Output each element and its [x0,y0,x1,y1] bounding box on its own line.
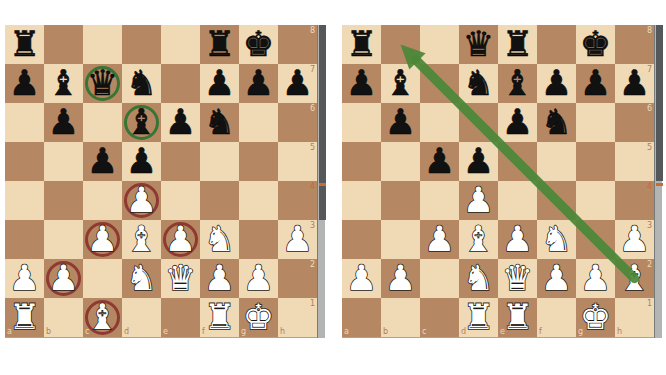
black-rook-e8[interactable]: ♜ [502,25,533,64]
square-e4[interactable] [161,181,200,220]
square-d2[interactable]: ♞ [122,259,161,298]
square-b2[interactable]: ♟ [44,259,83,298]
square-h8[interactable]: 8 [278,25,317,64]
scrollbar-thumb[interactable] [656,25,663,181]
black-pawn-a7[interactable]: ♟ [9,64,40,103]
chess-board-right[interactable]: ♜♛♜♚8♟♝♞♝♟♟♟7♟♟♞6♟♟5♟4♟♝♟♞♟3♟♟♞♛♟♟♝2abc♜… [342,25,654,338]
square-f3[interactable]: ♞ [537,220,576,259]
black-bishop-d6[interactable]: ♝ [126,103,157,142]
square-a5[interactable] [5,142,44,181]
white-rook-e1[interactable]: ♜ [502,298,533,337]
square-d4[interactable]: ♟ [459,181,498,220]
white-pawn-d4[interactable]: ♟ [126,181,157,220]
square-a4[interactable] [5,181,44,220]
rank-label-4: 4 [647,183,652,191]
black-king-g8[interactable]: ♚ [243,25,274,64]
square-f2[interactable]: ♟ [200,259,239,298]
square-d6[interactable]: ♝ [122,103,161,142]
black-knight-f6[interactable]: ♞ [204,103,235,142]
square-a5[interactable] [342,142,381,181]
square-f1[interactable]: ♜f [200,298,239,337]
black-pawn-b6[interactable]: ♟ [48,103,79,142]
square-g6[interactable] [576,103,615,142]
square-a1[interactable]: ♜a [5,298,44,337]
square-c8[interactable] [420,25,459,64]
square-c2[interactable] [420,259,459,298]
square-h4[interactable]: 4 [615,181,654,220]
square-c7[interactable] [420,64,459,103]
square-c5[interactable]: ♟ [83,142,122,181]
square-e7[interactable] [161,64,200,103]
square-c6[interactable] [420,103,459,142]
square-h7[interactable]: ♟7 [615,64,654,103]
rank-label-5: 5 [647,144,652,152]
square-g8[interactable]: ♚ [239,25,278,64]
file-label-c: c [422,328,426,336]
black-pawn-h7[interactable]: ♟ [619,64,650,103]
square-a7[interactable]: ♟ [5,64,44,103]
square-f8[interactable]: ♜ [200,25,239,64]
rank-label-8: 8 [310,27,315,35]
square-a6[interactable] [5,103,44,142]
white-pawn-g2[interactable]: ♟ [580,259,611,298]
white-knight-f3[interactable]: ♞ [541,220,572,259]
white-knight-f3[interactable]: ♞ [204,220,235,259]
square-h8[interactable]: 8 [615,25,654,64]
square-f2[interactable]: ♟ [537,259,576,298]
square-b7[interactable]: ♝ [44,64,83,103]
file-label-h: h [280,328,285,336]
square-e5[interactable] [161,142,200,181]
white-pawn-b2[interactable]: ♟ [48,259,79,298]
square-a3[interactable] [342,220,381,259]
black-knight-f6[interactable]: ♞ [541,103,572,142]
square-e1[interactable]: ♜e [498,298,537,337]
square-e4[interactable] [498,181,537,220]
square-b3[interactable] [381,220,420,259]
square-e8[interactable] [161,25,200,64]
file-label-a: a [344,328,349,336]
square-b8[interactable] [381,25,420,64]
file-label-b: b [383,328,388,336]
white-pawn-b2[interactable]: ♟ [385,259,416,298]
white-rook-a1[interactable]: ♜ [9,298,40,337]
square-c5[interactable]: ♟ [420,142,459,181]
black-pawn-d5[interactable]: ♟ [463,142,494,181]
white-pawn-f2[interactable]: ♟ [541,259,572,298]
square-g1[interactable]: ♚g [239,298,278,337]
square-c1[interactable]: ♝c [83,298,122,337]
black-bishop-b7[interactable]: ♝ [385,64,416,103]
square-g1[interactable]: ♚g [576,298,615,337]
square-b2[interactable]: ♟ [381,259,420,298]
square-h5[interactable]: 5 [615,142,654,181]
black-pawn-g7[interactable]: ♟ [580,64,611,103]
file-label-h: h [617,328,622,336]
square-e5[interactable] [498,142,537,181]
scrollbar-marker [319,183,326,186]
square-b5[interactable] [44,142,83,181]
black-pawn-a7[interactable]: ♟ [346,64,377,103]
square-d1[interactable]: ♜d [459,298,498,337]
white-queen-e2[interactable]: ♛ [502,259,533,298]
black-pawn-e6[interactable]: ♟ [502,103,533,142]
black-pawn-b6[interactable]: ♟ [385,103,416,142]
square-f5[interactable] [537,142,576,181]
square-a4[interactable] [342,181,381,220]
file-label-d: d [124,328,129,336]
white-knight-d2[interactable]: ♞ [463,259,494,298]
left-diagram: ♜♜♚8♟♝♛♞♟♟♟7♟♝♟♞6♟♟5♟4♟♝♟♞♟3♟♟♞♛♟♟2♜ab♝c… [5,25,325,338]
square-e3[interactable]: ♟ [161,220,200,259]
square-b4[interactable] [381,181,420,220]
scrollbar-marker [656,183,663,186]
square-h6[interactable]: 6 [615,103,654,142]
white-bishop-d3[interactable]: ♝ [126,220,157,259]
square-d5[interactable]: ♟ [122,142,161,181]
square-f4[interactable] [200,181,239,220]
square-f3[interactable]: ♞ [200,220,239,259]
white-pawn-c3[interactable]: ♟ [424,220,455,259]
file-label-b: b [46,328,51,336]
square-a1[interactable]: a [342,298,381,337]
square-h3[interactable]: ♟3 [278,220,317,259]
white-pawn-a2[interactable]: ♟ [9,259,40,298]
square-d5[interactable]: ♟ [459,142,498,181]
square-f8[interactable] [537,25,576,64]
square-g4[interactable] [576,181,615,220]
white-king-g1[interactable]: ♚ [243,298,274,337]
square-g3[interactable] [576,220,615,259]
square-f4[interactable] [537,181,576,220]
white-pawn-h3[interactable]: ♟ [282,220,313,259]
square-e7[interactable]: ♝ [498,64,537,103]
square-h4[interactable]: 4 [278,181,317,220]
square-b5[interactable] [381,142,420,181]
black-rook-a8[interactable]: ♜ [9,25,40,64]
square-d7[interactable]: ♞ [459,64,498,103]
scrollbar-left[interactable] [317,25,325,338]
white-pawn-e3[interactable]: ♟ [165,220,196,259]
square-f7[interactable]: ♟ [200,64,239,103]
black-knight-d7[interactable]: ♞ [463,64,494,103]
square-g8[interactable]: ♚ [576,25,615,64]
black-pawn-c5[interactable]: ♟ [424,142,455,181]
square-d3[interactable]: ♝ [122,220,161,259]
square-h2[interactable]: 2 [278,259,317,298]
square-g7[interactable]: ♟ [239,64,278,103]
black-queen-c7[interactable]: ♛ [87,64,118,103]
black-king-g8[interactable]: ♚ [580,25,611,64]
square-d8[interactable]: ♛ [459,25,498,64]
chess-board-left[interactable]: ♜♜♚8♟♝♛♞♟♟♟7♟♝♟♞6♟♟5♟4♟♝♟♞♟3♟♟♞♛♟♟2♜ab♝c… [5,25,317,338]
rank-label-5: 5 [310,144,315,152]
file-label-f: f [539,328,542,336]
white-pawn-a2[interactable]: ♟ [346,259,377,298]
square-g2[interactable]: ♟ [576,259,615,298]
square-f1[interactable]: f [537,298,576,337]
white-knight-d2[interactable]: ♞ [126,259,157,298]
rank-label-6: 6 [647,105,652,113]
square-e3[interactable]: ♟ [498,220,537,259]
rank-label-1: 1 [310,300,315,308]
square-f6[interactable]: ♞ [200,103,239,142]
page-background: ♜♜♚8♟♝♛♞♟♟♟7♟♝♟♞6♟♟5♟4♟♝♟♞♟3♟♟♞♛♟♟2♜ab♝c… [0,0,666,375]
black-pawn-d5[interactable]: ♟ [126,142,157,181]
square-g5[interactable] [576,142,615,181]
square-e8[interactable]: ♜ [498,25,537,64]
square-a6[interactable] [342,103,381,142]
rank-label-2: 2 [310,261,315,269]
square-c3[interactable]: ♟ [420,220,459,259]
square-h1[interactable]: 1h [615,298,654,337]
square-a8[interactable]: ♜ [5,25,44,64]
square-c2[interactable] [83,259,122,298]
black-pawn-g7[interactable]: ♟ [243,64,274,103]
black-pawn-f7[interactable]: ♟ [541,64,572,103]
square-b1[interactable]: b [381,298,420,337]
black-knight-d7[interactable]: ♞ [126,64,157,103]
square-d8[interactable] [122,25,161,64]
white-queen-e2[interactable]: ♛ [165,259,196,298]
file-label-e: e [163,328,168,336]
square-b8[interactable] [44,25,83,64]
square-a3[interactable] [5,220,44,259]
square-b6[interactable]: ♟ [44,103,83,142]
white-rook-d1[interactable]: ♜ [463,298,494,337]
black-pawn-f7[interactable]: ♟ [204,64,235,103]
square-d6[interactable] [459,103,498,142]
square-g4[interactable] [239,181,278,220]
square-d2[interactable]: ♞ [459,259,498,298]
black-rook-a8[interactable]: ♜ [346,25,377,64]
white-rook-f1[interactable]: ♜ [204,298,235,337]
right-diagram: ♜♛♜♚8♟♝♞♝♟♟♟7♟♟♞6♟♟5♟4♟♝♟♞♟3♟♟♞♛♟♟♝2abc♜… [342,25,662,338]
rank-label-4: 4 [310,183,315,191]
square-g7[interactable]: ♟ [576,64,615,103]
white-king-g1[interactable]: ♚ [580,298,611,337]
white-pawn-g2[interactable]: ♟ [243,259,274,298]
black-rook-f8[interactable]: ♜ [204,25,235,64]
rank-label-8: 8 [647,27,652,35]
square-c4[interactable] [83,181,122,220]
square-a8[interactable]: ♜ [342,25,381,64]
white-bishop-d3[interactable]: ♝ [463,220,494,259]
square-g5[interactable] [239,142,278,181]
white-pawn-e3[interactable]: ♟ [502,220,533,259]
black-queen-d8[interactable]: ♛ [463,25,494,64]
white-pawn-f2[interactable]: ♟ [204,259,235,298]
square-h5[interactable]: 5 [278,142,317,181]
white-pawn-h3[interactable]: ♟ [619,220,650,259]
square-e1[interactable]: e [161,298,200,337]
square-c7[interactable]: ♛ [83,64,122,103]
square-c4[interactable] [420,181,459,220]
white-bishop-h2[interactable]: ♝ [619,259,650,298]
square-a2[interactable]: ♟ [5,259,44,298]
square-b7[interactable]: ♝ [381,64,420,103]
square-h3[interactable]: ♟3 [615,220,654,259]
square-e6[interactable]: ♟ [498,103,537,142]
black-pawn-c5[interactable]: ♟ [87,142,118,181]
black-pawn-h7[interactable]: ♟ [282,64,313,103]
square-d7[interactable]: ♞ [122,64,161,103]
square-d3[interactable]: ♝ [459,220,498,259]
square-a7[interactable]: ♟ [342,64,381,103]
white-bishop-c1[interactable]: ♝ [87,298,118,337]
square-c8[interactable] [83,25,122,64]
square-h7[interactable]: ♟7 [278,64,317,103]
scrollbar-thumb[interactable] [319,25,326,220]
square-e2[interactable]: ♛ [161,259,200,298]
square-h2[interactable]: ♝2 [615,259,654,298]
square-h1[interactable]: 1h [278,298,317,337]
square-c1[interactable]: c [420,298,459,337]
square-g3[interactable] [239,220,278,259]
square-b3[interactable] [44,220,83,259]
square-f7[interactable]: ♟ [537,64,576,103]
square-d1[interactable]: d [122,298,161,337]
square-h6[interactable]: 6 [278,103,317,142]
square-b1[interactable]: b [44,298,83,337]
square-g2[interactable]: ♟ [239,259,278,298]
square-e2[interactable]: ♛ [498,259,537,298]
rank-label-6: 6 [310,105,315,113]
square-c3[interactable]: ♟ [83,220,122,259]
square-e6[interactable]: ♟ [161,103,200,142]
white-pawn-d4[interactable]: ♟ [463,181,494,220]
black-pawn-e6[interactable]: ♟ [165,103,196,142]
square-f6[interactable]: ♞ [537,103,576,142]
rank-label-1: 1 [647,300,652,308]
square-b4[interactable] [44,181,83,220]
square-f5[interactable] [200,142,239,181]
square-d4[interactable]: ♟ [122,181,161,220]
white-pawn-c3[interactable]: ♟ [87,220,118,259]
square-g6[interactable] [239,103,278,142]
black-bishop-b7[interactable]: ♝ [48,64,79,103]
scrollbar-right[interactable] [654,25,662,338]
square-b6[interactable]: ♟ [381,103,420,142]
square-a2[interactable]: ♟ [342,259,381,298]
black-bishop-e7[interactable]: ♝ [502,64,533,103]
square-c6[interactable] [83,103,122,142]
